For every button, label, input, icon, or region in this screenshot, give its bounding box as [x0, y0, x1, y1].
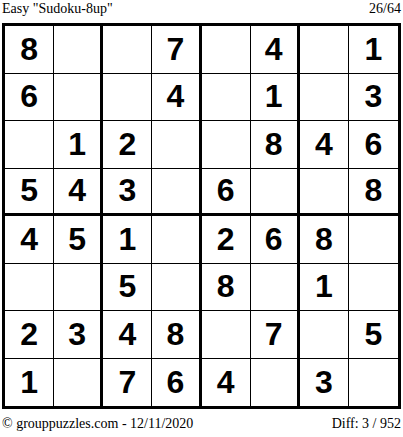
cell-r3c7: 4 [300, 121, 349, 169]
cell-r1c6: 4 [251, 26, 300, 74]
cell-r6c4[interactable] [152, 264, 201, 312]
footer: © grouppuzzles.com - 12/11/2020 Diff: 3 … [0, 409, 403, 432]
cell-r4c8: 8 [349, 169, 398, 217]
cell-r5c2: 5 [54, 216, 103, 264]
cell-r7c3: 4 [103, 311, 152, 359]
cell-r8c4: 6 [152, 359, 201, 407]
cell-r6c3: 5 [103, 264, 152, 312]
cell-r8c8[interactable] [349, 359, 398, 407]
puzzle-page: Easy "Sudoku-8up" 26/64 8741641312846543… [0, 0, 403, 437]
cell-r3c5[interactable] [202, 121, 251, 169]
cell-r4c1: 5 [5, 169, 54, 217]
cell-r8c7: 3 [300, 359, 349, 407]
cell-r5c5: 2 [202, 216, 251, 264]
cell-r6c1[interactable] [5, 264, 54, 312]
cell-r6c5: 8 [202, 264, 251, 312]
cell-r8c3: 7 [103, 359, 152, 407]
cell-r4c4[interactable] [152, 169, 201, 217]
cell-r1c2[interactable] [54, 26, 103, 74]
cell-r7c7[interactable] [300, 311, 349, 359]
cell-r1c8: 1 [349, 26, 398, 74]
cell-r1c1: 8 [5, 26, 54, 74]
cell-r1c7[interactable] [300, 26, 349, 74]
cell-r3c3: 2 [103, 121, 152, 169]
cell-r4c3: 3 [103, 169, 152, 217]
cell-r7c5[interactable] [202, 311, 251, 359]
cell-r4c5: 6 [202, 169, 251, 217]
cell-r8c6[interactable] [251, 359, 300, 407]
cell-r5c7: 8 [300, 216, 349, 264]
cell-r2c2[interactable] [54, 74, 103, 122]
cell-r2c8: 3 [349, 74, 398, 122]
cell-r3c6: 8 [251, 121, 300, 169]
cell-r7c4: 8 [152, 311, 201, 359]
cell-r1c3[interactable] [103, 26, 152, 74]
cell-r7c6: 7 [251, 311, 300, 359]
cell-r7c2: 3 [54, 311, 103, 359]
cell-r4c6[interactable] [251, 169, 300, 217]
cell-r7c1: 2 [5, 311, 54, 359]
cell-r5c4[interactable] [152, 216, 201, 264]
cell-r2c1: 6 [5, 74, 54, 122]
cell-r6c6[interactable] [251, 264, 300, 312]
cell-r3c4[interactable] [152, 121, 201, 169]
cell-r7c8: 5 [349, 311, 398, 359]
cell-r8c5: 4 [202, 359, 251, 407]
cell-r6c8[interactable] [349, 264, 398, 312]
cell-r2c7[interactable] [300, 74, 349, 122]
cell-r2c4: 4 [152, 74, 201, 122]
cell-r8c1: 1 [5, 359, 54, 407]
sudoku-board: 87416413128465436845126858123487517643 [2, 23, 401, 409]
header: Easy "Sudoku-8up" 26/64 [0, 0, 403, 23]
cell-r1c5[interactable] [202, 26, 251, 74]
cell-r2c5[interactable] [202, 74, 251, 122]
copyright-text: © grouppuzzles.com - 12/11/2020 [2, 416, 193, 432]
cell-r6c2[interactable] [54, 264, 103, 312]
cell-r8c2[interactable] [54, 359, 103, 407]
cell-r4c7[interactable] [300, 169, 349, 217]
cell-r5c1: 4 [5, 216, 54, 264]
difficulty-text: Diff: 3 / 952 [332, 416, 401, 432]
cell-r2c3[interactable] [103, 74, 152, 122]
puzzle-title: Easy "Sudoku-8up" [2, 1, 113, 17]
cell-r4c2: 4 [54, 169, 103, 217]
cell-r3c1[interactable] [5, 121, 54, 169]
puzzle-counter: 26/64 [369, 1, 401, 17]
cell-r5c8[interactable] [349, 216, 398, 264]
cell-r1c4: 7 [152, 26, 201, 74]
cell-r5c3: 1 [103, 216, 152, 264]
cell-r3c2: 1 [54, 121, 103, 169]
cell-r6c7: 1 [300, 264, 349, 312]
cell-r3c8: 6 [349, 121, 398, 169]
cell-r5c6: 6 [251, 216, 300, 264]
cell-r2c6: 1 [251, 74, 300, 122]
